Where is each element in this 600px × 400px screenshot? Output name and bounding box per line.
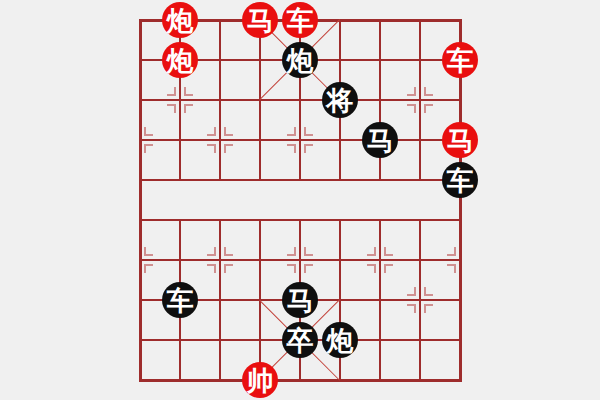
xiangqi-board[interactable]: 炮马车炮炮车将马马车车马卒炮帅 xyxy=(140,20,460,380)
point-marker xyxy=(424,87,433,96)
piece-glyph: 车 xyxy=(167,287,194,314)
piece-glyph: 马 xyxy=(367,127,394,154)
piece-black-horse[interactable]: 马 xyxy=(282,282,318,318)
point-marker xyxy=(384,264,393,273)
grid-line xyxy=(219,219,221,381)
point-marker xyxy=(407,104,416,113)
point-marker xyxy=(287,127,296,136)
point-marker xyxy=(424,104,433,113)
piece-red-horse[interactable]: 马 xyxy=(242,2,278,38)
point-marker xyxy=(447,247,456,256)
point-marker xyxy=(207,264,216,273)
point-marker xyxy=(144,127,153,136)
piece-glyph: 炮 xyxy=(167,7,194,34)
piece-glyph: 卒 xyxy=(287,327,314,354)
piece-black-general[interactable]: 将 xyxy=(322,82,358,118)
piece-glyph: 车 xyxy=(447,167,474,194)
piece-glyph: 车 xyxy=(447,47,474,74)
piece-glyph: 马 xyxy=(247,7,274,34)
piece-glyph: 马 xyxy=(447,127,474,154)
grid-line xyxy=(139,19,142,382)
point-marker xyxy=(224,144,233,153)
point-marker xyxy=(287,264,296,273)
point-marker xyxy=(224,247,233,256)
piece-glyph: 将 xyxy=(327,87,354,114)
piece-red-general[interactable]: 帅 xyxy=(242,362,278,398)
piece-glyph: 帅 xyxy=(247,367,274,394)
point-marker xyxy=(304,247,313,256)
piece-black-horse[interactable]: 马 xyxy=(362,122,398,158)
point-marker xyxy=(184,104,193,113)
piece-glyph: 炮 xyxy=(287,47,314,74)
grid-line xyxy=(419,19,421,181)
piece-red-cannon[interactable]: 炮 xyxy=(162,42,198,78)
piece-glyph: 炮 xyxy=(167,47,194,74)
point-marker xyxy=(367,264,376,273)
point-marker xyxy=(144,144,153,153)
piece-red-cannon[interactable]: 炮 xyxy=(162,2,198,38)
piece-glyph: 马 xyxy=(287,287,314,314)
piece-black-cannon[interactable]: 炮 xyxy=(282,42,318,78)
piece-red-horse[interactable]: 马 xyxy=(442,122,478,158)
piece-black-cannon[interactable]: 炮 xyxy=(322,322,358,358)
point-marker xyxy=(424,287,433,296)
point-marker xyxy=(224,127,233,136)
point-marker xyxy=(424,304,433,313)
piece-black-soldier[interactable]: 卒 xyxy=(282,322,318,358)
point-marker xyxy=(407,304,416,313)
piece-glyph: 车 xyxy=(287,7,314,34)
xiangqi-diagram-screen: 炮马车炮炮车将马马车车马卒炮帅 xyxy=(0,0,600,400)
point-marker xyxy=(207,247,216,256)
point-marker xyxy=(407,287,416,296)
point-marker xyxy=(167,87,176,96)
piece-red-chariot[interactable]: 车 xyxy=(442,42,478,78)
grid-line xyxy=(379,219,381,381)
point-marker xyxy=(304,144,313,153)
point-marker xyxy=(207,144,216,153)
point-marker xyxy=(144,247,153,256)
point-marker xyxy=(287,247,296,256)
piece-black-chariot[interactable]: 车 xyxy=(442,162,478,198)
point-marker xyxy=(304,127,313,136)
point-marker xyxy=(287,144,296,153)
point-marker xyxy=(367,247,376,256)
point-marker xyxy=(304,264,313,273)
piece-black-chariot[interactable]: 车 xyxy=(162,282,198,318)
piece-red-chariot[interactable]: 车 xyxy=(282,2,318,38)
piece-glyph: 炮 xyxy=(327,327,354,354)
grid-line xyxy=(419,219,421,381)
point-marker xyxy=(184,87,193,96)
point-marker xyxy=(167,104,176,113)
point-marker xyxy=(384,247,393,256)
point-marker xyxy=(407,87,416,96)
point-marker xyxy=(144,264,153,273)
point-marker xyxy=(447,264,456,273)
point-marker xyxy=(224,264,233,273)
grid-line xyxy=(219,19,221,181)
point-marker xyxy=(207,127,216,136)
